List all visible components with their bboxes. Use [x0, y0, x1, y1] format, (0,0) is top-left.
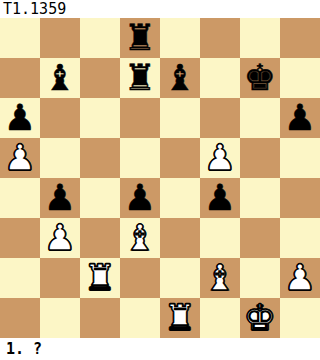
square-g7[interactable]: ♚ [240, 58, 280, 98]
square-b6[interactable] [40, 98, 80, 138]
square-a6[interactable]: ♟ [0, 98, 40, 138]
square-d5[interactable] [120, 138, 160, 178]
square-a4[interactable] [0, 178, 40, 218]
square-f6[interactable] [200, 98, 240, 138]
black-king: ♚ [240, 58, 280, 98]
square-c2[interactable]: ♜ [80, 258, 120, 298]
square-a1[interactable] [0, 298, 40, 338]
black-pawn: ♟ [280, 98, 320, 138]
square-g5[interactable] [240, 138, 280, 178]
square-h3[interactable] [280, 218, 320, 258]
square-f1[interactable] [200, 298, 240, 338]
square-h2[interactable]: ♟ [280, 258, 320, 298]
chess-puzzle-app: T1.1359 ♜♝♜♝♚♟♟♟♟♟♟♟♟♝♜♝♟♜♚ 1. ? [0, 0, 320, 360]
white-pawn: ♟ [0, 138, 40, 178]
square-f8[interactable] [200, 18, 240, 58]
square-d3[interactable]: ♝ [120, 218, 160, 258]
puzzle-id-label: T1.1359 [0, 0, 320, 18]
square-c5[interactable] [80, 138, 120, 178]
square-g4[interactable] [240, 178, 280, 218]
square-b7[interactable]: ♝ [40, 58, 80, 98]
black-bishop: ♝ [160, 58, 200, 98]
square-c1[interactable] [80, 298, 120, 338]
square-g1[interactable]: ♚ [240, 298, 280, 338]
black-pawn: ♟ [40, 178, 80, 218]
square-d4[interactable]: ♟ [120, 178, 160, 218]
square-d1[interactable] [120, 298, 160, 338]
white-rook: ♜ [160, 298, 200, 338]
square-h4[interactable] [280, 178, 320, 218]
chess-board: ♜♝♜♝♚♟♟♟♟♟♟♟♟♝♜♝♟♜♚ [0, 18, 320, 338]
square-a5[interactable]: ♟ [0, 138, 40, 178]
white-bishop: ♝ [200, 258, 240, 298]
square-h5[interactable] [280, 138, 320, 178]
square-a3[interactable] [0, 218, 40, 258]
white-king: ♚ [240, 298, 280, 338]
square-b4[interactable]: ♟ [40, 178, 80, 218]
square-c6[interactable] [80, 98, 120, 138]
square-e1[interactable]: ♜ [160, 298, 200, 338]
square-b2[interactable] [40, 258, 80, 298]
square-h7[interactable] [280, 58, 320, 98]
square-a2[interactable] [0, 258, 40, 298]
square-g6[interactable] [240, 98, 280, 138]
square-h1[interactable] [280, 298, 320, 338]
square-g2[interactable] [240, 258, 280, 298]
square-f5[interactable]: ♟ [200, 138, 240, 178]
square-e6[interactable] [160, 98, 200, 138]
square-e5[interactable] [160, 138, 200, 178]
square-e3[interactable] [160, 218, 200, 258]
square-a7[interactable] [0, 58, 40, 98]
black-rook: ♜ [120, 58, 160, 98]
square-f2[interactable]: ♝ [200, 258, 240, 298]
black-bishop: ♝ [40, 58, 80, 98]
square-e2[interactable] [160, 258, 200, 298]
square-b1[interactable] [40, 298, 80, 338]
square-e4[interactable] [160, 178, 200, 218]
square-d7[interactable]: ♜ [120, 58, 160, 98]
white-pawn: ♟ [200, 138, 240, 178]
square-b3[interactable]: ♟ [40, 218, 80, 258]
square-a8[interactable] [0, 18, 40, 58]
move-prompt: 1. ? [0, 338, 320, 360]
square-h6[interactable]: ♟ [280, 98, 320, 138]
square-c8[interactable] [80, 18, 120, 58]
square-f4[interactable]: ♟ [200, 178, 240, 218]
square-c4[interactable] [80, 178, 120, 218]
square-f3[interactable] [200, 218, 240, 258]
square-d6[interactable] [120, 98, 160, 138]
square-e7[interactable]: ♝ [160, 58, 200, 98]
white-pawn: ♟ [280, 258, 320, 298]
square-g3[interactable] [240, 218, 280, 258]
black-pawn: ♟ [0, 98, 40, 138]
square-c7[interactable] [80, 58, 120, 98]
square-d2[interactable] [120, 258, 160, 298]
black-rook: ♜ [120, 18, 160, 58]
white-bishop: ♝ [120, 218, 160, 258]
square-e8[interactable] [160, 18, 200, 58]
square-g8[interactable] [240, 18, 280, 58]
white-rook: ♜ [80, 258, 120, 298]
square-h8[interactable] [280, 18, 320, 58]
square-b8[interactable] [40, 18, 80, 58]
black-pawn: ♟ [120, 178, 160, 218]
square-c3[interactable] [80, 218, 120, 258]
white-pawn: ♟ [40, 218, 80, 258]
square-f7[interactable] [200, 58, 240, 98]
square-d8[interactable]: ♜ [120, 18, 160, 58]
square-b5[interactable] [40, 138, 80, 178]
black-pawn: ♟ [200, 178, 240, 218]
